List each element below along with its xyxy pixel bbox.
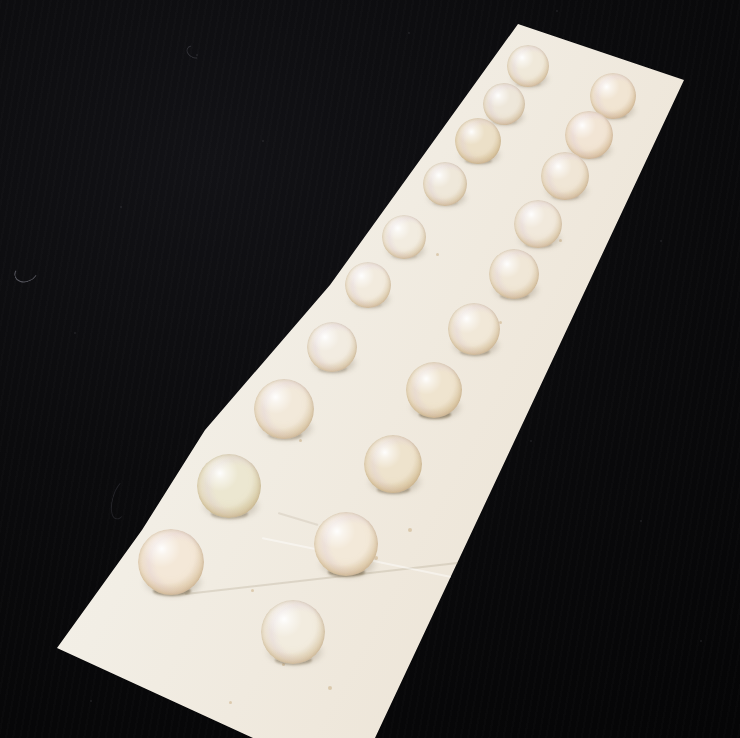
pearl — [307, 322, 357, 372]
velvet-dust-speck — [262, 140, 264, 142]
pearl — [483, 83, 525, 125]
pearl — [345, 262, 391, 308]
velvet-dust-speck — [530, 440, 532, 442]
pearl — [455, 118, 501, 164]
velvet-dust-speck — [74, 332, 76, 334]
velvet-dust-speck — [90, 700, 92, 702]
card-speck — [328, 686, 332, 690]
pearl — [138, 529, 204, 595]
velvet-dust-speck — [556, 10, 558, 12]
velvet-dust-speck — [700, 640, 702, 642]
pearl — [314, 512, 378, 576]
card-speck — [229, 701, 232, 704]
pearl — [406, 362, 462, 418]
pearl — [541, 152, 589, 200]
card-speck — [408, 528, 412, 532]
pearl — [364, 435, 422, 493]
pearl — [565, 111, 613, 159]
pearl — [197, 454, 261, 518]
pearl — [514, 200, 562, 248]
pearl — [254, 379, 314, 439]
velvet-dust-speck — [408, 32, 410, 34]
pearl — [448, 303, 500, 355]
pearl — [507, 45, 549, 87]
pearl — [382, 215, 426, 259]
pearl — [261, 600, 325, 664]
velvet-dust-speck — [120, 206, 122, 208]
velvet-dust-speck — [640, 520, 642, 522]
card-speck — [436, 253, 439, 256]
pearl-card-photo — [0, 0, 740, 738]
card-speck — [251, 589, 254, 592]
pearl — [423, 162, 467, 206]
velvet-dust-speck — [660, 240, 662, 242]
pearl — [489, 249, 539, 299]
